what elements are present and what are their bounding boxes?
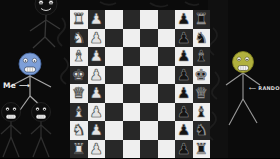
white-pawn-piece[interactable]: ♟ [88, 66, 106, 85]
square-f8[interactable] [158, 10, 176, 29]
square-d2[interactable] [123, 121, 141, 140]
square-h5[interactable]: ♚ [193, 66, 211, 85]
me-arrow-icon: ⟶ [19, 81, 30, 90]
white-pawn-piece[interactable]: ♟ [88, 84, 106, 103]
square-e5[interactable] [140, 66, 158, 85]
square-a7[interactable]: ♞ [70, 29, 88, 48]
square-g7[interactable]: ♟ [175, 29, 193, 48]
square-e6[interactable] [140, 47, 158, 66]
square-g3[interactable]: ♟ [175, 103, 193, 122]
square-h3[interactable]: ♝ [193, 103, 211, 122]
square-e8[interactable] [140, 10, 158, 29]
random-arrow-icon: ⟵ [249, 85, 256, 91]
crowd-stickman-2 [31, 103, 51, 158]
square-g4[interactable]: ♟ [175, 84, 193, 103]
square-a1[interactable]: ♜ [70, 140, 88, 159]
square-b5[interactable]: ♟ [88, 66, 106, 85]
white-bishop-piece[interactable]: ♝ [70, 103, 88, 122]
square-a6[interactable]: ♝ [70, 47, 88, 66]
black-bishop-piece[interactable]: ♝ [193, 103, 211, 122]
white-knight-piece[interactable]: ♞ [70, 29, 88, 48]
white-knight-piece[interactable]: ♞ [70, 121, 88, 140]
square-g8[interactable]: ♟ [175, 10, 193, 29]
black-bishop-piece[interactable]: ♝ [193, 47, 211, 66]
square-d6[interactable] [123, 47, 141, 66]
black-pawn-piece[interactable]: ♟ [175, 84, 193, 103]
square-h2[interactable]: ♞ [193, 121, 211, 140]
square-d8[interactable] [123, 10, 141, 29]
square-b6[interactable]: ♟ [88, 47, 106, 66]
square-a5[interactable]: ♚ [70, 66, 88, 85]
square-f7[interactable] [158, 29, 176, 48]
white-pawn-piece[interactable]: ♟ [88, 10, 106, 29]
me-stickman-grin [25, 67, 36, 72]
white-rook-piece[interactable]: ♜ [70, 10, 88, 29]
black-pawn-piece[interactable]: ♟ [175, 140, 193, 159]
square-g6[interactable]: ♟ [175, 47, 193, 66]
black-knight-piece[interactable]: ♞ [193, 121, 211, 140]
square-f2[interactable] [158, 121, 176, 140]
square-c5[interactable] [105, 66, 123, 85]
topleft-stickman [30, 0, 60, 48]
square-f3[interactable] [158, 103, 176, 122]
square-c6[interactable] [105, 47, 123, 66]
black-pawn-piece[interactable]: ♟ [175, 47, 193, 66]
square-h4[interactable]: ♛ [193, 84, 211, 103]
video-frame: ♜♟♟♜♞♟♟♞♝♟♟♝♚♟♟♚♛♟♟♛♝♟♟♝♞♟♟♞♜♟♟♜ Me ⟶ ⟵ … [0, 0, 280, 158]
square-c4[interactable] [105, 84, 123, 103]
square-h7[interactable]: ♞ [193, 29, 211, 48]
square-c3[interactable] [105, 103, 123, 122]
square-a2[interactable]: ♞ [70, 121, 88, 140]
square-a8[interactable]: ♜ [70, 10, 88, 29]
square-c8[interactable] [105, 10, 123, 29]
square-b8[interactable]: ♟ [88, 10, 106, 29]
black-rook-piece[interactable]: ♜ [193, 10, 211, 29]
chess-board[interactable]: ♜♟♟♜♞♟♟♞♝♟♟♝♚♟♟♚♛♟♟♛♝♟♟♝♞♟♟♞♜♟♟♜ [70, 10, 210, 158]
square-c7[interactable] [105, 29, 123, 48]
black-rook-piece[interactable]: ♜ [193, 140, 211, 159]
crowd-stickman-1 [1, 103, 21, 158]
square-e7[interactable] [140, 29, 158, 48]
black-knight-piece[interactable]: ♞ [193, 29, 211, 48]
square-g1[interactable]: ♟ [175, 140, 193, 159]
black-pawn-piece[interactable]: ♟ [175, 66, 193, 85]
square-f1[interactable] [158, 140, 176, 159]
black-pawn-piece[interactable]: ♟ [175, 29, 193, 48]
square-a4[interactable]: ♛ [70, 84, 88, 103]
black-pawn-piece[interactable]: ♟ [175, 10, 193, 29]
square-f5[interactable] [158, 66, 176, 85]
square-c2[interactable] [105, 121, 123, 140]
square-d1[interactable] [123, 140, 141, 159]
square-h6[interactable]: ♝ [193, 47, 211, 66]
square-g2[interactable]: ♟ [175, 121, 193, 140]
square-b7[interactable]: ♟ [88, 29, 106, 48]
square-e3[interactable] [140, 103, 158, 122]
black-king-piece[interactable]: ♚ [193, 66, 211, 85]
square-d5[interactable] [123, 66, 141, 85]
square-d7[interactable] [123, 29, 141, 48]
square-e2[interactable] [140, 121, 158, 140]
white-pawn-piece[interactable]: ♟ [88, 140, 106, 159]
random-label: ⟵ RANDOM [249, 85, 280, 91]
square-b3[interactable]: ♟ [88, 103, 106, 122]
square-h1[interactable]: ♜ [193, 140, 211, 159]
white-king-piece[interactable]: ♚ [70, 66, 88, 85]
square-h8[interactable]: ♜ [193, 10, 211, 29]
white-queen-piece[interactable]: ♛ [70, 84, 88, 103]
square-b1[interactable]: ♟ [88, 140, 106, 159]
random-label-text: RANDOM [258, 85, 280, 91]
square-f6[interactable] [158, 47, 176, 66]
black-pawn-piece[interactable]: ♟ [175, 103, 193, 122]
black-pawn-piece[interactable]: ♟ [175, 121, 193, 140]
me-label: Me ⟶ [3, 81, 30, 90]
square-d3[interactable] [123, 103, 141, 122]
white-pawn-piece[interactable]: ♟ [88, 121, 106, 140]
white-pawn-piece[interactable]: ♟ [88, 103, 106, 122]
square-c1[interactable] [105, 140, 123, 159]
square-g5[interactable]: ♟ [175, 66, 193, 85]
square-e1[interactable] [140, 140, 158, 159]
white-pawn-piece[interactable]: ♟ [88, 47, 106, 66]
square-d4[interactable] [123, 84, 141, 103]
me-label-text: Me [3, 81, 16, 90]
square-f4[interactable] [158, 84, 176, 103]
black-queen-piece[interactable]: ♛ [193, 84, 211, 103]
random-stickman-grin [238, 66, 249, 71]
white-rook-piece[interactable]: ♜ [70, 140, 88, 159]
square-b4[interactable]: ♟ [88, 84, 106, 103]
white-bishop-piece[interactable]: ♝ [70, 47, 88, 66]
white-pawn-piece[interactable]: ♟ [88, 29, 106, 48]
square-e4[interactable] [140, 84, 158, 103]
square-a3[interactable]: ♝ [70, 103, 88, 122]
square-b2[interactable]: ♟ [88, 121, 106, 140]
